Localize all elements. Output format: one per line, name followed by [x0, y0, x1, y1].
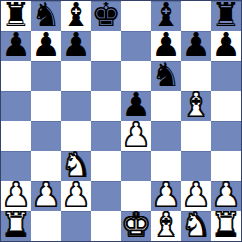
- white-knight[interactable]: ♞: [181, 210, 211, 240]
- square-d7[interactable]: [91, 31, 121, 61]
- square-c7[interactable]: ♟: [61, 31, 91, 61]
- chess-board: ♜♞♝♚♝♜♟♟♟♟♟♟♞♟♝♟♞♟♟♟♟♟♟♜♚♝♞♜: [0, 0, 242, 242]
- black-king[interactable]: ♚: [91, 0, 121, 30]
- white-pawn[interactable]: ♟: [121, 120, 151, 150]
- white-pawn[interactable]: ♟: [31, 180, 61, 210]
- square-g1[interactable]: ♞: [181, 211, 211, 241]
- square-b6[interactable]: [31, 61, 61, 91]
- square-c1[interactable]: [61, 211, 91, 241]
- square-b4[interactable]: [31, 121, 61, 151]
- square-e8[interactable]: [121, 1, 151, 31]
- black-pawn[interactable]: ♟: [1, 30, 31, 60]
- black-pawn[interactable]: ♟: [211, 30, 241, 60]
- square-d3[interactable]: [91, 151, 121, 181]
- square-b5[interactable]: [31, 91, 61, 121]
- white-rook[interactable]: ♜: [211, 210, 241, 240]
- square-d4[interactable]: [91, 121, 121, 151]
- square-d2[interactable]: [91, 181, 121, 211]
- square-e7[interactable]: [121, 31, 151, 61]
- square-g4[interactable]: [181, 121, 211, 151]
- square-g5[interactable]: ♝: [181, 91, 211, 121]
- square-d5[interactable]: [91, 91, 121, 121]
- square-h4[interactable]: [211, 121, 241, 151]
- white-pawn[interactable]: ♟: [61, 180, 91, 210]
- square-h6[interactable]: [211, 61, 241, 91]
- square-b1[interactable]: [31, 211, 61, 241]
- square-f5[interactable]: [151, 91, 181, 121]
- square-a7[interactable]: ♟: [1, 31, 31, 61]
- square-b7[interactable]: ♟: [31, 31, 61, 61]
- square-e4[interactable]: ♟: [121, 121, 151, 151]
- square-a4[interactable]: [1, 121, 31, 151]
- black-knight[interactable]: ♞: [151, 60, 181, 90]
- square-c2[interactable]: ♟: [61, 181, 91, 211]
- square-h7[interactable]: ♟: [211, 31, 241, 61]
- square-f6[interactable]: ♞: [151, 61, 181, 91]
- square-h1[interactable]: ♜: [211, 211, 241, 241]
- white-rook[interactable]: ♜: [1, 210, 31, 240]
- square-c6[interactable]: [61, 61, 91, 91]
- white-bishop[interactable]: ♝: [181, 90, 211, 120]
- white-bishop[interactable]: ♝: [151, 210, 181, 240]
- square-f4[interactable]: [151, 121, 181, 151]
- square-d1[interactable]: [91, 211, 121, 241]
- square-b2[interactable]: ♟: [31, 181, 61, 211]
- square-e1[interactable]: ♚: [121, 211, 151, 241]
- square-a1[interactable]: ♜: [1, 211, 31, 241]
- square-a6[interactable]: [1, 61, 31, 91]
- black-pawn[interactable]: ♟: [31, 30, 61, 60]
- square-c5[interactable]: [61, 91, 91, 121]
- square-d6[interactable]: [91, 61, 121, 91]
- black-pawn[interactable]: ♟: [61, 30, 91, 60]
- square-a5[interactable]: [1, 91, 31, 121]
- square-f1[interactable]: ♝: [151, 211, 181, 241]
- square-d8[interactable]: ♚: [91, 1, 121, 31]
- black-pawn[interactable]: ♟: [181, 30, 211, 60]
- square-g7[interactable]: ♟: [181, 31, 211, 61]
- square-e3[interactable]: [121, 151, 151, 181]
- square-h5[interactable]: [211, 91, 241, 121]
- white-king[interactable]: ♚: [121, 210, 151, 240]
